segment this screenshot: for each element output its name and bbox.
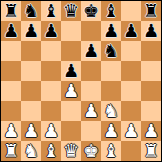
square-h3[interactable] <box>141 101 161 121</box>
piece-black-pawn-c7[interactable]: ♟ <box>43 21 59 41</box>
chess-board: ♜♞♝♛♚♝♜♟♟♟♟♟♟♟♞♟♟♟♞♟♟♟♟♟♟♜♞♝♛♚♝♜ <box>0 0 162 162</box>
piece-white-bishop-c1[interactable]: ♝ <box>43 141 59 161</box>
square-b3[interactable] <box>21 101 41 121</box>
piece-white-rook-h1[interactable]: ♜ <box>143 141 159 161</box>
piece-black-pawn-b7[interactable]: ♟ <box>23 21 39 41</box>
square-g4[interactable] <box>121 81 141 101</box>
square-d8[interactable]: ♛ <box>61 1 81 21</box>
piece-black-pawn-h7[interactable]: ♟ <box>143 21 159 41</box>
square-h5[interactable] <box>141 61 161 81</box>
square-f6[interactable]: ♞ <box>101 41 121 61</box>
piece-white-pawn-b2[interactable]: ♟ <box>23 121 39 141</box>
square-h2[interactable]: ♟ <box>141 121 161 141</box>
square-e3[interactable]: ♟ <box>81 101 101 121</box>
square-b4[interactable] <box>21 81 41 101</box>
piece-black-knight-b8[interactable]: ♞ <box>23 1 39 21</box>
square-b7[interactable]: ♟ <box>21 21 41 41</box>
square-g1[interactable] <box>121 141 141 161</box>
square-g3[interactable] <box>121 101 141 121</box>
piece-white-queen-d1[interactable]: ♛ <box>63 141 79 161</box>
square-e1[interactable]: ♚ <box>81 141 101 161</box>
square-d7[interactable] <box>61 21 81 41</box>
piece-white-pawn-e3[interactable]: ♟ <box>83 101 99 121</box>
piece-black-pawn-d5[interactable]: ♟ <box>63 61 79 81</box>
square-c5[interactable] <box>41 61 61 81</box>
piece-white-pawn-f2[interactable]: ♟ <box>103 121 119 141</box>
square-a7[interactable]: ♟ <box>1 21 21 41</box>
piece-white-pawn-a2[interactable]: ♟ <box>3 121 19 141</box>
square-f3[interactable]: ♞ <box>101 101 121 121</box>
piece-black-pawn-g7[interactable]: ♟ <box>123 21 139 41</box>
piece-black-pawn-e6[interactable]: ♟ <box>83 41 99 61</box>
piece-white-knight-b1[interactable]: ♞ <box>23 141 39 161</box>
square-b5[interactable] <box>21 61 41 81</box>
square-f2[interactable]: ♟ <box>101 121 121 141</box>
square-c2[interactable]: ♟ <box>41 121 61 141</box>
square-h7[interactable]: ♟ <box>141 21 161 41</box>
square-a1[interactable]: ♜ <box>1 141 21 161</box>
square-h6[interactable] <box>141 41 161 61</box>
square-d1[interactable]: ♛ <box>61 141 81 161</box>
square-b6[interactable] <box>21 41 41 61</box>
piece-black-queen-d8[interactable]: ♛ <box>63 1 79 21</box>
square-h1[interactable]: ♜ <box>141 141 161 161</box>
piece-black-rook-h8[interactable]: ♜ <box>143 1 159 21</box>
piece-black-knight-f6[interactable]: ♞ <box>103 41 119 61</box>
square-g6[interactable] <box>121 41 141 61</box>
square-c4[interactable] <box>41 81 61 101</box>
square-a4[interactable] <box>1 81 21 101</box>
square-b1[interactable]: ♞ <box>21 141 41 161</box>
piece-black-rook-a8[interactable]: ♜ <box>3 1 19 21</box>
square-a5[interactable] <box>1 61 21 81</box>
square-g5[interactable] <box>121 61 141 81</box>
square-e7[interactable] <box>81 21 101 41</box>
square-c8[interactable]: ♝ <box>41 1 61 21</box>
square-f5[interactable] <box>101 61 121 81</box>
piece-white-bishop-f1[interactable]: ♝ <box>103 141 119 161</box>
square-d5[interactable]: ♟ <box>61 61 81 81</box>
piece-white-knight-f3[interactable]: ♞ <box>103 101 119 121</box>
piece-white-pawn-g2[interactable]: ♟ <box>123 121 139 141</box>
square-a2[interactable]: ♟ <box>1 121 21 141</box>
square-f1[interactable]: ♝ <box>101 141 121 161</box>
square-a6[interactable] <box>1 41 21 61</box>
square-b2[interactable]: ♟ <box>21 121 41 141</box>
square-f8[interactable]: ♝ <box>101 1 121 21</box>
square-d3[interactable] <box>61 101 81 121</box>
square-g8[interactable] <box>121 1 141 21</box>
square-c3[interactable] <box>41 101 61 121</box>
piece-white-pawn-d4[interactable]: ♟ <box>63 81 79 101</box>
square-g7[interactable]: ♟ <box>121 21 141 41</box>
square-d4[interactable]: ♟ <box>61 81 81 101</box>
piece-black-bishop-f8[interactable]: ♝ <box>103 1 119 21</box>
square-e6[interactable]: ♟ <box>81 41 101 61</box>
square-a3[interactable] <box>1 101 21 121</box>
square-g2[interactable]: ♟ <box>121 121 141 141</box>
piece-black-pawn-f7[interactable]: ♟ <box>103 21 119 41</box>
square-b8[interactable]: ♞ <box>21 1 41 21</box>
piece-black-king-e8[interactable]: ♚ <box>83 1 99 21</box>
square-e4[interactable] <box>81 81 101 101</box>
square-e8[interactable]: ♚ <box>81 1 101 21</box>
square-h4[interactable] <box>141 81 161 101</box>
square-d6[interactable] <box>61 41 81 61</box>
square-h8[interactable]: ♜ <box>141 1 161 21</box>
piece-black-bishop-c8[interactable]: ♝ <box>43 1 59 21</box>
square-c6[interactable] <box>41 41 61 61</box>
square-a8[interactable]: ♜ <box>1 1 21 21</box>
square-c7[interactable]: ♟ <box>41 21 61 41</box>
square-c1[interactable]: ♝ <box>41 141 61 161</box>
square-e5[interactable] <box>81 61 101 81</box>
piece-black-pawn-a7[interactable]: ♟ <box>3 21 19 41</box>
square-d2[interactable] <box>61 121 81 141</box>
piece-white-pawn-h2[interactable]: ♟ <box>143 121 159 141</box>
piece-white-rook-a1[interactable]: ♜ <box>3 141 19 161</box>
square-f4[interactable] <box>101 81 121 101</box>
square-e2[interactable] <box>81 121 101 141</box>
piece-white-king-e1[interactable]: ♚ <box>83 141 99 161</box>
square-f7[interactable]: ♟ <box>101 21 121 41</box>
piece-white-pawn-c2[interactable]: ♟ <box>43 121 59 141</box>
